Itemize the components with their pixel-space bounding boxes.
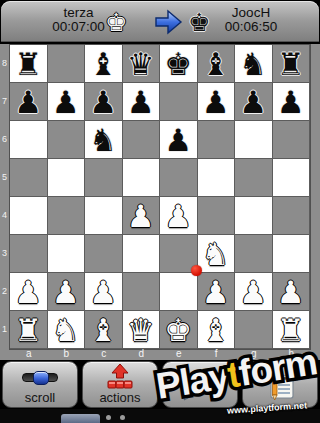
square-e8[interactable]: ♚ bbox=[160, 45, 198, 83]
chess-board[interactable]: ♜♝♛♚♝♞♜♟♟♟♟♟♟♟♞♟♟♟♞♟♟♟♟♟♟♜♞♝♛♚♝♜ bbox=[9, 44, 311, 350]
square-e6[interactable]: ♟ bbox=[160, 121, 198, 159]
square-h8[interactable]: ♜ bbox=[273, 45, 311, 83]
piece-white-bishop: ♝ bbox=[202, 311, 230, 349]
piece-white-pawn: ♟ bbox=[164, 197, 192, 235]
chess-app-screen: terza 00:07:00 ♚ ♚ JoocH 00:06:50 876543… bbox=[0, 0, 320, 423]
file-labels: abcdefgh bbox=[0, 348, 320, 360]
square-f5[interactable] bbox=[198, 159, 236, 197]
square-d2[interactable] bbox=[123, 273, 161, 311]
slider-icon bbox=[22, 365, 58, 389]
square-h5[interactable] bbox=[273, 159, 311, 197]
square-h2[interactable]: ♟ bbox=[273, 273, 311, 311]
square-d1[interactable]: ♛ bbox=[123, 311, 161, 349]
piece-white-rook: ♜ bbox=[14, 311, 42, 349]
square-b5[interactable] bbox=[48, 159, 86, 197]
actions-button-label: actions bbox=[99, 390, 140, 405]
next-page-button-stub[interactable] bbox=[61, 414, 100, 423]
actions-button[interactable]: actions bbox=[82, 361, 158, 408]
piece-white-pawn: ♟ bbox=[89, 273, 117, 311]
piece-black-knight: ♞ bbox=[89, 121, 117, 159]
piece-black-rook: ♜ bbox=[14, 45, 42, 83]
turn-arrow-icon bbox=[154, 8, 184, 40]
black-player-clock: 00:06:50 bbox=[206, 20, 296, 34]
rank-label-6: 6 bbox=[0, 120, 9, 158]
piece-black-pawn: ♟ bbox=[277, 83, 305, 121]
square-a7[interactable]: ♟ bbox=[10, 83, 48, 121]
rank-label-1: 1 bbox=[0, 310, 9, 348]
square-a4[interactable] bbox=[10, 197, 48, 235]
square-f6[interactable] bbox=[198, 121, 236, 159]
piece-black-pawn: ♟ bbox=[89, 83, 117, 121]
bottom-toolbar: scroll actions bbox=[0, 361, 320, 408]
chat-board-icon bbox=[178, 370, 222, 404]
square-g8[interactable]: ♞ bbox=[235, 45, 273, 83]
square-g3[interactable] bbox=[235, 235, 273, 273]
piece-white-pawn: ♟ bbox=[52, 273, 80, 311]
file-label-h: h bbox=[273, 348, 311, 360]
file-label-d: d bbox=[123, 348, 161, 360]
square-e1[interactable]: ♚ bbox=[160, 311, 198, 349]
rank-label-2: 2 bbox=[0, 272, 9, 310]
square-d6[interactable] bbox=[123, 121, 161, 159]
square-d4[interactable]: ♟ bbox=[123, 197, 161, 235]
board-frame: 87654321 ♜♝♛♚♝♞♜♟♟♟♟♟♟♟♞♟♟♟♞♟♟♟♟♟♟♜♞♝♛♚♝… bbox=[0, 44, 320, 360]
player-clock-bar: terza 00:07:00 ♚ ♚ JoocH 00:06:50 bbox=[1, 1, 319, 42]
rank-label-3: 3 bbox=[0, 234, 9, 272]
file-label-c: c bbox=[85, 348, 123, 360]
piece-black-pawn: ♟ bbox=[164, 121, 192, 159]
file-label-g: g bbox=[235, 348, 273, 360]
square-d7[interactable]: ♟ bbox=[123, 83, 161, 121]
square-h7[interactable]: ♟ bbox=[273, 83, 311, 121]
square-c5[interactable] bbox=[85, 159, 123, 197]
square-b1[interactable]: ♞ bbox=[48, 311, 86, 349]
piece-white-knight: ♞ bbox=[52, 311, 80, 349]
square-b2[interactable]: ♟ bbox=[48, 273, 86, 311]
piece-white-rook: ♜ bbox=[277, 311, 305, 349]
square-b6[interactable] bbox=[48, 121, 86, 159]
black-player-block: JoocH 00:06:50 bbox=[206, 6, 296, 34]
rank-label-4: 4 bbox=[0, 196, 9, 234]
square-f8[interactable]: ♝ bbox=[198, 45, 236, 83]
rank-label-7: 7 bbox=[0, 82, 9, 120]
square-a8[interactable]: ♜ bbox=[10, 45, 48, 83]
square-d8[interactable]: ♛ bbox=[123, 45, 161, 83]
square-f1[interactable]: ♝ bbox=[198, 311, 236, 349]
piece-black-pawn: ♟ bbox=[202, 83, 230, 121]
piece-white-knight: ♞ bbox=[202, 235, 230, 273]
square-g5[interactable] bbox=[235, 159, 273, 197]
square-g4[interactable] bbox=[235, 197, 273, 235]
piece-black-knight: ♞ bbox=[239, 45, 267, 83]
square-e4[interactable]: ♟ bbox=[160, 197, 198, 235]
page-dot[interactable] bbox=[106, 415, 111, 420]
piece-black-queen: ♛ bbox=[127, 45, 155, 83]
piece-white-pawn: ♟ bbox=[127, 197, 155, 235]
square-b4[interactable] bbox=[48, 197, 86, 235]
square-c4[interactable] bbox=[85, 197, 123, 235]
square-c6[interactable]: ♞ bbox=[85, 121, 123, 159]
square-c3[interactable] bbox=[85, 235, 123, 273]
square-c2[interactable]: ♟ bbox=[85, 273, 123, 311]
last-move-marker-dot bbox=[191, 265, 202, 276]
piece-white-pawn: ♟ bbox=[202, 273, 230, 311]
piece-black-pawn: ♟ bbox=[14, 83, 42, 121]
piece-black-pawn: ♟ bbox=[127, 83, 155, 121]
square-a5[interactable] bbox=[10, 159, 48, 197]
piece-white-pawn: ♟ bbox=[239, 273, 267, 311]
square-a2[interactable]: ♟ bbox=[10, 273, 48, 311]
piece-white-pawn: ♟ bbox=[277, 273, 305, 311]
square-h6[interactable] bbox=[273, 121, 311, 159]
scroll-button-label: scroll bbox=[25, 390, 55, 405]
square-g2[interactable]: ♟ bbox=[235, 273, 273, 311]
actions-icon bbox=[101, 365, 139, 389]
piece-black-bishop: ♝ bbox=[202, 45, 230, 83]
square-b8[interactable] bbox=[48, 45, 86, 83]
square-h1[interactable]: ♜ bbox=[273, 311, 311, 349]
square-e7[interactable] bbox=[160, 83, 198, 121]
square-g6[interactable] bbox=[235, 121, 273, 159]
piece-black-pawn: ♟ bbox=[52, 83, 80, 121]
file-label-a: a bbox=[10, 348, 48, 360]
file-label-f: f bbox=[198, 348, 236, 360]
rank-label-5: 5 bbox=[0, 158, 9, 196]
square-b7[interactable]: ♟ bbox=[48, 83, 86, 121]
file-label-b: b bbox=[48, 348, 86, 360]
square-d3[interactable] bbox=[123, 235, 161, 273]
piece-black-rook: ♜ bbox=[277, 45, 305, 83]
square-f2[interactable]: ♟ bbox=[198, 273, 236, 311]
square-c8[interactable]: ♝ bbox=[85, 45, 123, 83]
square-f4[interactable] bbox=[198, 197, 236, 235]
square-a3[interactable] bbox=[10, 235, 48, 273]
notes-icon bbox=[262, 370, 298, 404]
rank-label-8: 8 bbox=[0, 44, 9, 82]
square-e5[interactable] bbox=[160, 159, 198, 197]
file-label-e: e bbox=[160, 348, 198, 360]
piece-black-bishop: ♝ bbox=[89, 45, 117, 83]
white-king-icon: ♚ bbox=[105, 10, 127, 35]
square-b3[interactable] bbox=[48, 235, 86, 273]
square-g1[interactable] bbox=[235, 311, 273, 349]
page-dot[interactable] bbox=[120, 415, 125, 420]
square-f3[interactable]: ♞ bbox=[198, 235, 236, 273]
square-c7[interactable]: ♟ bbox=[85, 83, 123, 121]
square-d5[interactable] bbox=[123, 159, 161, 197]
square-f7[interactable]: ♟ bbox=[198, 83, 236, 121]
square-c1[interactable]: ♝ bbox=[85, 311, 123, 349]
square-e2[interactable] bbox=[160, 273, 198, 311]
square-a1[interactable]: ♜ bbox=[10, 311, 48, 349]
square-h3[interactable] bbox=[273, 235, 311, 273]
black-player-name: JoocH bbox=[206, 6, 296, 20]
square-a6[interactable] bbox=[10, 121, 48, 159]
piece-white-queen: ♛ bbox=[127, 311, 155, 349]
piece-white-bishop: ♝ bbox=[89, 311, 117, 349]
page-dots bbox=[106, 415, 125, 420]
chat-board-button[interactable] bbox=[162, 361, 238, 408]
piece-black-pawn: ♟ bbox=[239, 83, 267, 121]
piece-black-king: ♚ bbox=[164, 45, 192, 83]
piece-white-king: ♚ bbox=[164, 311, 192, 349]
scroll-button[interactable]: scroll bbox=[2, 361, 78, 408]
square-h4[interactable] bbox=[273, 197, 311, 235]
square-g7[interactable]: ♟ bbox=[235, 83, 273, 121]
piece-white-pawn: ♟ bbox=[14, 273, 42, 311]
